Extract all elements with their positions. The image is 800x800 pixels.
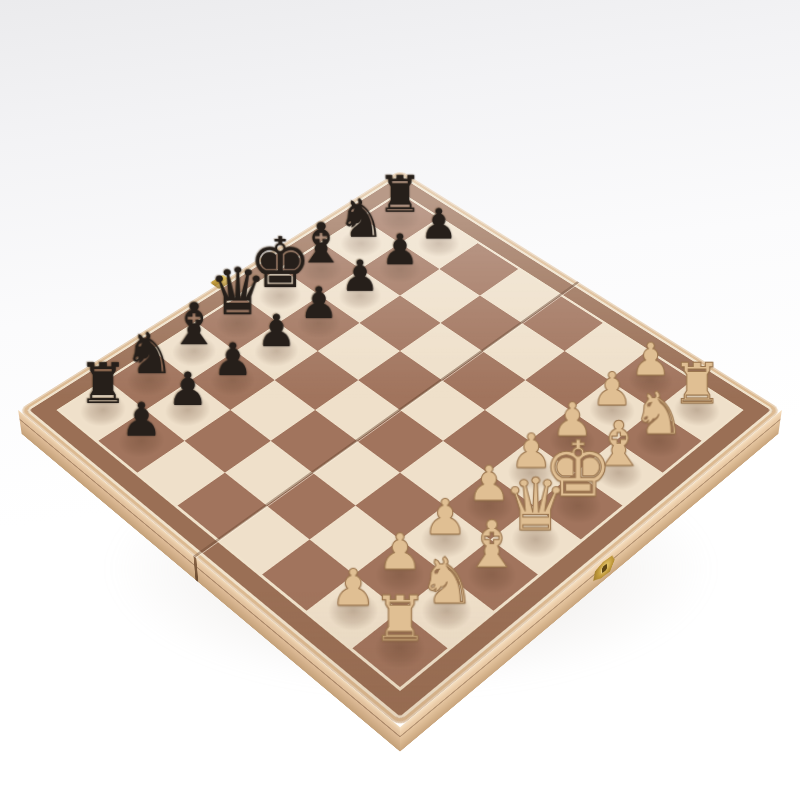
white-rook-glyph: ♜ (372, 588, 428, 651)
piece-shadow-d8 (207, 302, 269, 345)
white-pawn-glyph: ♟ (378, 527, 423, 577)
piece-shadow-f7 (329, 275, 390, 316)
piece-shadow-d7 (245, 329, 308, 373)
latch-slot (602, 563, 607, 574)
white-pawn-glyph: ♟ (331, 562, 376, 613)
piece-shadow-e7 (288, 302, 350, 345)
piece-shadow-g8 (331, 224, 391, 263)
product-photo: ♜♞♝♛♚♝♞♜♟♟♟♟♟♟♟♟♟♟♟♟♟♟♟♟♜♞♝♛♚♝♞♜ (0, 0, 800, 800)
piece-shadow-h8 (371, 199, 430, 237)
piece-shadow-g7 (370, 249, 430, 289)
piece-shadow-e8 (249, 275, 310, 316)
piece-shadow-c8 (163, 329, 226, 373)
photo-scene: ♜♞♝♛♚♝♞♜♟♟♟♟♟♟♟♟♟♟♟♟♟♟♟♟♜♞♝♛♚♝♞♜ (0, 0, 800, 800)
piece-shadow-h7 (409, 224, 469, 263)
piece-shadow-c7 (201, 358, 265, 403)
black-pawn-glyph: ♟ (121, 396, 163, 443)
chess-board-box: ♜♞♝♛♚♝♞♜♟♟♟♟♟♟♟♟♟♟♟♟♟♟♟♟♜♞♝♛♚♝♞♜ (18, 170, 782, 727)
piece-shadow-f8 (291, 249, 351, 289)
white-pawn-glyph: ♟ (423, 493, 467, 542)
